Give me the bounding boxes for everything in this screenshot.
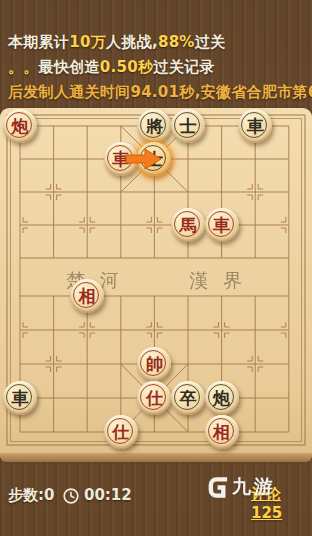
stats-text: 过关 (195, 33, 226, 51)
piece-red-advisor[interactable]: 仕 (104, 415, 138, 449)
piece-glyph: 帥 (137, 347, 171, 381)
clock-icon (62, 487, 80, 505)
piece-glyph: 士 (171, 109, 205, 143)
piece-glyph: 仕 (137, 381, 171, 415)
piece-glyph: 馬 (171, 208, 205, 242)
jiuyou-watermark: 九游 (207, 474, 276, 500)
piece-red-elephant[interactable]: 相 (70, 279, 104, 313)
app-screen: 本期累计10万人挑战,88%过关 。。最快创造0.50秒过关记录 后发制人通关时… (0, 0, 312, 536)
jiuyou-logo-icon (207, 475, 230, 500)
piece-red-chariot[interactable]: 車 (205, 208, 239, 242)
piece-red-elephant[interactable]: 相 (205, 415, 239, 449)
piece-black-pawn[interactable]: 卒 (171, 381, 205, 415)
challenge-stats-line: 本期累计10万人挑战,88%过关 (8, 33, 225, 52)
piece-red-cannon[interactable]: 炮 (3, 109, 37, 143)
piece-black-cannon[interactable]: 炮 (205, 381, 239, 415)
stats-text: 人挑战, (106, 33, 158, 51)
piece-black-chariot[interactable]: 車 (3, 381, 37, 415)
piece-glyph: 車 (238, 109, 272, 143)
steps-counter: 步数:0 (8, 486, 54, 505)
piece-red-general[interactable]: 帥 (137, 347, 171, 381)
piece-black-general[interactable]: 將 (137, 109, 171, 143)
timer-value: 00:12 (84, 486, 132, 504)
piece-glyph: 仕 (104, 415, 138, 449)
last-move-arrow-icon (125, 148, 163, 170)
ticker-line: 后发制人通关时间94.01秒,安徽省合肥市第682 (8, 83, 312, 102)
piece-glyph: 相 (205, 415, 239, 449)
jiuyou-logo-text: 九游 (232, 474, 276, 500)
piece-glyph: 卒 (171, 381, 205, 415)
piece-glyph: 炮 (205, 381, 239, 415)
record-text: 过关记录 (153, 58, 214, 76)
piece-black-advisor[interactable]: 士 (171, 109, 205, 143)
piece-glyph: 車 (205, 208, 239, 242)
record-text: 最快创造 (39, 58, 100, 76)
stats-pass-rate: 88% (158, 33, 195, 51)
xiangqi-board[interactable]: 楚河 漢界 炮將士車車士馬車相帥車仕卒炮仕相 (0, 108, 312, 458)
record-dots: 。。 (8, 58, 39, 76)
piece-glyph: 將 (137, 109, 171, 143)
piece-red-advisor[interactable]: 仕 (137, 381, 171, 415)
piece-glyph: 車 (3, 381, 37, 415)
piece-glyph: 炮 (3, 109, 37, 143)
stats-count: 10万 (69, 33, 106, 51)
piece-black-chariot[interactable]: 車 (238, 109, 272, 143)
steps-value: 0 (44, 486, 54, 504)
river-label-han: 漢界 (189, 268, 257, 294)
piece-red-horse[interactable]: 馬 (171, 208, 205, 242)
record-stats-line: 。。最快创造0.50秒过关记录 (8, 58, 215, 77)
record-time: 0.50秒 (100, 58, 154, 76)
stats-text: 本期累计 (8, 33, 69, 51)
piece-glyph: 相 (70, 279, 104, 313)
